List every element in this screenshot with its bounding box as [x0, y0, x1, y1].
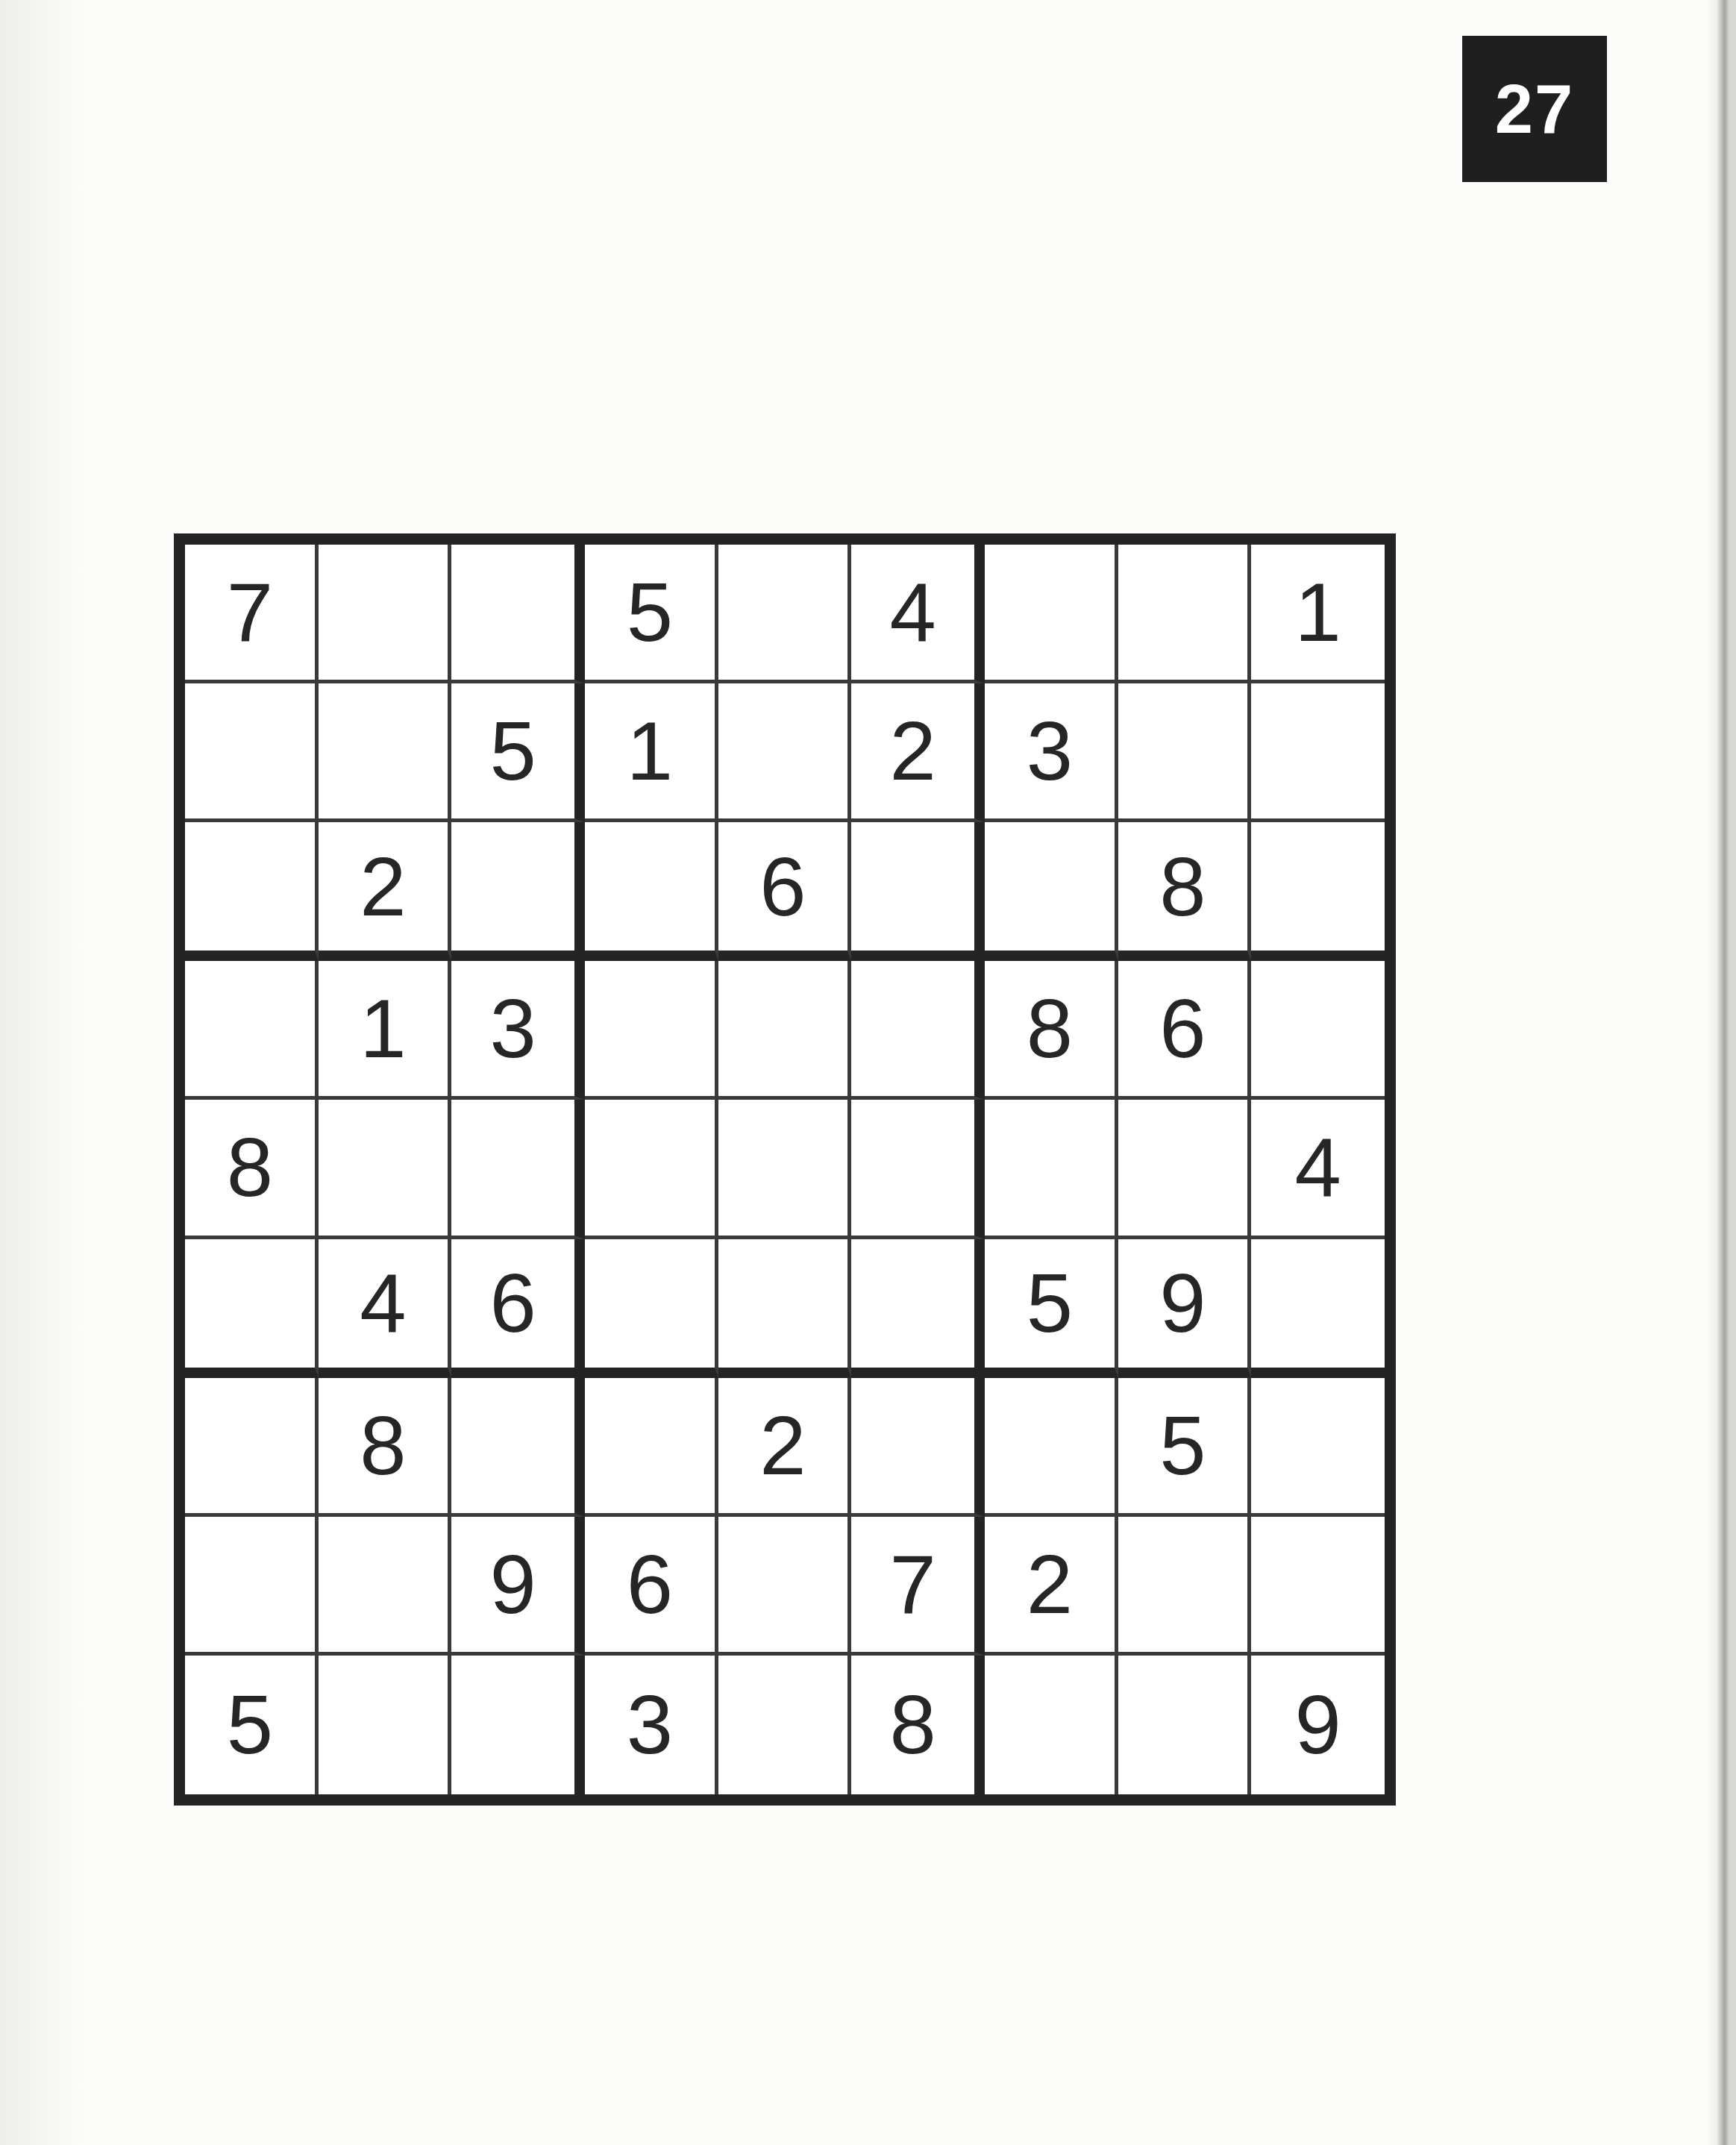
cell-r2c6: 2 — [851, 683, 985, 822]
cell-r9c9: 9 — [1251, 1656, 1385, 1794]
cell-r8c4: 6 — [585, 1517, 718, 1656]
cell-r9c6: 8 — [851, 1656, 985, 1794]
given-digit: 4 — [360, 1255, 406, 1351]
puzzle-number-badge: 27 — [1462, 36, 1607, 182]
given-digit: 3 — [490, 980, 536, 1077]
given-digit: 8 — [227, 1119, 273, 1215]
cell-r8c5[interactable] — [718, 1517, 852, 1656]
cell-r3c4[interactable] — [585, 822, 718, 961]
cell-r8c9[interactable] — [1251, 1517, 1385, 1656]
cell-r3c8: 8 — [1118, 822, 1252, 961]
given-digit: 5 — [1027, 1255, 1073, 1351]
given-digit: 7 — [890, 1536, 936, 1632]
cell-r4c6[interactable] — [851, 961, 985, 1100]
cell-r2c1[interactable] — [185, 683, 319, 822]
cell-r7c3[interactable] — [451, 1378, 585, 1517]
cell-r6c4[interactable] — [585, 1239, 718, 1378]
puzzle-number: 27 — [1495, 70, 1574, 148]
cell-r1c1: 7 — [185, 545, 319, 683]
given-digit: 3 — [1027, 703, 1073, 799]
cell-r2c4: 1 — [585, 683, 718, 822]
cell-r4c2: 1 — [319, 961, 452, 1100]
cell-r3c5: 6 — [718, 822, 852, 961]
cell-r3c9[interactable] — [1251, 822, 1385, 961]
cell-r4c7: 8 — [985, 961, 1118, 1100]
cell-r9c3[interactable] — [451, 1656, 585, 1794]
cell-r4c5[interactable] — [718, 961, 852, 1100]
given-digit: 6 — [759, 839, 806, 935]
given-digit: 4 — [890, 564, 936, 660]
given-digit: 9 — [1159, 1255, 1206, 1351]
scanned-puzzle-page: 27 75415123268138684465982596725389 — [0, 0, 1736, 2145]
given-digit: 9 — [1295, 1676, 1341, 1773]
given-digit: 8 — [890, 1676, 936, 1773]
sudoku-board: 75415123268138684465982596725389 — [174, 533, 1396, 1806]
cell-r4c3: 3 — [451, 961, 585, 1100]
cell-r8c1[interactable] — [185, 1517, 319, 1656]
cell-r1c3[interactable] — [451, 545, 585, 683]
given-digit: 2 — [890, 703, 936, 799]
cell-r8c8[interactable] — [1118, 1517, 1252, 1656]
given-digit: 1 — [1295, 564, 1341, 660]
cell-r3c7[interactable] — [985, 822, 1118, 961]
given-digit: 8 — [360, 1397, 406, 1494]
cell-r6c5[interactable] — [718, 1239, 852, 1378]
cell-r8c2[interactable] — [319, 1517, 452, 1656]
cell-r7c1[interactable] — [185, 1378, 319, 1517]
cell-r6c3: 6 — [451, 1239, 585, 1378]
cell-r2c7: 3 — [985, 683, 1118, 822]
cell-r4c9[interactable] — [1251, 961, 1385, 1100]
cell-r3c2: 2 — [319, 822, 452, 961]
page-edge-shadow — [1706, 0, 1736, 2145]
cell-r6c7: 5 — [985, 1239, 1118, 1378]
cell-r1c9: 1 — [1251, 545, 1385, 683]
given-digit: 9 — [490, 1536, 536, 1632]
cell-r1c4: 5 — [585, 545, 718, 683]
cell-r4c1[interactable] — [185, 961, 319, 1100]
given-digit: 5 — [1159, 1397, 1206, 1494]
cell-r7c5: 2 — [718, 1378, 852, 1517]
cell-r8c6: 7 — [851, 1517, 985, 1656]
cell-r5c9: 4 — [1251, 1100, 1385, 1239]
cell-r7c2: 8 — [319, 1378, 452, 1517]
given-digit: 8 — [1159, 839, 1206, 935]
cell-r4c8: 6 — [1118, 961, 1252, 1100]
cell-r2c9[interactable] — [1251, 683, 1385, 822]
left-scan-shade — [0, 0, 86, 2145]
cell-r4c4[interactable] — [585, 961, 718, 1100]
cell-r5c7[interactable] — [985, 1100, 1118, 1239]
given-digit: 4 — [1295, 1119, 1341, 1215]
cell-r7c8: 5 — [1118, 1378, 1252, 1517]
given-digit: 8 — [1027, 980, 1073, 1077]
given-digit: 1 — [360, 980, 406, 1077]
cell-r9c4: 3 — [585, 1656, 718, 1794]
given-digit: 3 — [627, 1676, 673, 1773]
cell-r9c8[interactable] — [1118, 1656, 1252, 1794]
cell-r5c1: 8 — [185, 1100, 319, 1239]
given-digit: 6 — [1159, 980, 1206, 1077]
cell-r1c8[interactable] — [1118, 545, 1252, 683]
cell-r6c2: 4 — [319, 1239, 452, 1378]
cell-r2c5[interactable] — [718, 683, 852, 822]
cell-r7c4[interactable] — [585, 1378, 718, 1517]
cell-r3c6[interactable] — [851, 822, 985, 961]
cell-r5c8[interactable] — [1118, 1100, 1252, 1239]
cell-r5c2[interactable] — [319, 1100, 452, 1239]
cell-r7c7[interactable] — [985, 1378, 1118, 1517]
cell-r5c6[interactable] — [851, 1100, 985, 1239]
given-digit: 2 — [759, 1397, 806, 1494]
cell-r2c3: 5 — [451, 683, 585, 822]
cell-r2c2[interactable] — [319, 683, 452, 822]
cell-r1c7[interactable] — [985, 545, 1118, 683]
cell-r6c9[interactable] — [1251, 1239, 1385, 1378]
cell-r1c2[interactable] — [319, 545, 452, 683]
cell-r1c5[interactable] — [718, 545, 852, 683]
given-digit: 5 — [490, 703, 536, 799]
cell-r5c3[interactable] — [451, 1100, 585, 1239]
given-digit: 6 — [490, 1255, 536, 1351]
cell-r2c8[interactable] — [1118, 683, 1252, 822]
cell-r1c6: 4 — [851, 545, 985, 683]
cell-r9c1: 5 — [185, 1656, 319, 1794]
cell-r3c1[interactable] — [185, 822, 319, 961]
cell-r8c7: 2 — [985, 1517, 1118, 1656]
cell-r9c5[interactable] — [718, 1656, 852, 1794]
cell-r6c1[interactable] — [185, 1239, 319, 1378]
given-digit: 6 — [627, 1536, 673, 1632]
cell-r7c6[interactable] — [851, 1378, 985, 1517]
cell-r5c4[interactable] — [585, 1100, 718, 1239]
cell-r9c7[interactable] — [985, 1656, 1118, 1794]
cell-r9c2[interactable] — [319, 1656, 452, 1794]
cell-r7c9[interactable] — [1251, 1378, 1385, 1517]
given-digit: 7 — [227, 564, 273, 660]
cell-r3c3[interactable] — [451, 822, 585, 961]
given-digit: 1 — [627, 703, 673, 799]
given-digit: 5 — [627, 564, 673, 660]
cell-r6c6[interactable] — [851, 1239, 985, 1378]
cell-r8c3: 9 — [451, 1517, 585, 1656]
given-digit: 5 — [227, 1676, 273, 1773]
given-digit: 2 — [1027, 1536, 1073, 1632]
cell-r5c5[interactable] — [718, 1100, 852, 1239]
given-digit: 2 — [360, 839, 406, 935]
cell-r6c8: 9 — [1118, 1239, 1252, 1378]
